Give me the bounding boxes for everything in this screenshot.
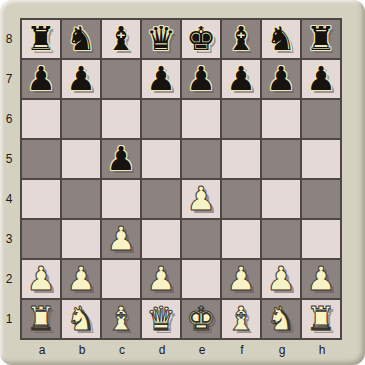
square-c3[interactable]: ♟ xyxy=(102,220,140,258)
rank-label-4: 4 xyxy=(0,180,18,218)
piece-black-pawn: ♟ xyxy=(66,60,96,98)
piece-black-pawn: ♟ xyxy=(226,60,256,98)
piece-black-pawn: ♟ xyxy=(106,140,136,178)
piece-white-rook: ♜ xyxy=(26,300,56,338)
square-d8[interactable]: ♛ xyxy=(142,20,180,58)
piece-black-king: ♚ xyxy=(186,20,216,58)
square-f1[interactable]: ♝ xyxy=(222,300,260,338)
rank-label-2: 2 xyxy=(0,260,18,298)
square-c6[interactable] xyxy=(102,100,140,138)
rank-label-7: 7 xyxy=(0,60,18,98)
piece-white-knight: ♞ xyxy=(266,300,296,338)
square-e2[interactable] xyxy=(182,260,220,298)
piece-white-pawn: ♟ xyxy=(266,260,296,298)
square-a7[interactable]: ♟ xyxy=(22,60,60,98)
piece-white-pawn: ♟ xyxy=(306,260,336,298)
piece-black-bishop: ♝ xyxy=(106,20,136,58)
square-d6[interactable] xyxy=(142,100,180,138)
square-e8[interactable]: ♚ xyxy=(182,20,220,58)
piece-white-pawn: ♟ xyxy=(106,220,136,258)
square-b5[interactable] xyxy=(62,140,100,178)
square-c1[interactable]: ♝ xyxy=(102,300,140,338)
piece-black-pawn: ♟ xyxy=(266,60,296,98)
square-b6[interactable] xyxy=(62,100,100,138)
square-a4[interactable] xyxy=(22,180,60,218)
piece-white-pawn: ♟ xyxy=(186,180,216,218)
rank-label-6: 6 xyxy=(0,100,18,138)
file-label-a: a xyxy=(22,340,62,360)
square-e4[interactable]: ♟ xyxy=(182,180,220,218)
file-label-h: h xyxy=(302,340,342,360)
square-h4[interactable] xyxy=(302,180,340,218)
piece-white-queen: ♛ xyxy=(146,300,176,338)
piece-black-knight: ♞ xyxy=(66,20,96,58)
square-e1[interactable]: ♚ xyxy=(182,300,220,338)
piece-black-rook: ♜ xyxy=(26,20,56,58)
square-d4[interactable] xyxy=(142,180,180,218)
piece-black-queen: ♛ xyxy=(146,20,176,58)
square-c7[interactable] xyxy=(102,60,140,98)
square-b4[interactable] xyxy=(62,180,100,218)
square-c2[interactable] xyxy=(102,260,140,298)
square-h7[interactable]: ♟ xyxy=(302,60,340,98)
square-f7[interactable]: ♟ xyxy=(222,60,260,98)
square-e3[interactable] xyxy=(182,220,220,258)
square-d5[interactable] xyxy=(142,140,180,178)
square-c4[interactable] xyxy=(102,180,140,218)
square-g3[interactable] xyxy=(262,220,300,258)
square-g1[interactable]: ♞ xyxy=(262,300,300,338)
square-a5[interactable] xyxy=(22,140,60,178)
square-h5[interactable] xyxy=(302,140,340,178)
piece-black-bishop: ♝ xyxy=(226,20,256,58)
square-a2[interactable]: ♟ xyxy=(22,260,60,298)
piece-white-pawn: ♟ xyxy=(66,260,96,298)
square-h6[interactable] xyxy=(302,100,340,138)
piece-white-pawn: ♟ xyxy=(26,260,56,298)
file-label-e: e xyxy=(182,340,222,360)
file-label-f: f xyxy=(222,340,262,360)
piece-white-bishop: ♝ xyxy=(226,300,256,338)
piece-white-king: ♚ xyxy=(186,300,216,338)
file-labels: abcdefgh xyxy=(22,340,342,360)
square-f6[interactable] xyxy=(222,100,260,138)
piece-black-pawn: ♟ xyxy=(146,60,176,98)
file-label-b: b xyxy=(62,340,102,360)
square-h2[interactable]: ♟ xyxy=(302,260,340,298)
square-f5[interactable] xyxy=(222,140,260,178)
square-d2[interactable]: ♟ xyxy=(142,260,180,298)
rank-label-3: 3 xyxy=(0,220,18,258)
square-e5[interactable] xyxy=(182,140,220,178)
square-f4[interactable] xyxy=(222,180,260,218)
square-d1[interactable]: ♛ xyxy=(142,300,180,338)
square-b2[interactable]: ♟ xyxy=(62,260,100,298)
square-g6[interactable] xyxy=(262,100,300,138)
square-a8[interactable]: ♜ xyxy=(22,20,60,58)
rank-label-8: 8 xyxy=(0,20,18,58)
square-b1[interactable]: ♞ xyxy=(62,300,100,338)
square-g7[interactable]: ♟ xyxy=(262,60,300,98)
square-d7[interactable]: ♟ xyxy=(142,60,180,98)
square-b3[interactable] xyxy=(62,220,100,258)
square-h8[interactable]: ♜ xyxy=(302,20,340,58)
piece-black-rook: ♜ xyxy=(306,20,336,58)
file-label-d: d xyxy=(142,340,182,360)
piece-black-pawn: ♟ xyxy=(306,60,336,98)
square-c5[interactable]: ♟ xyxy=(102,140,140,178)
square-h3[interactable] xyxy=(302,220,340,258)
file-label-g: g xyxy=(262,340,302,360)
square-f8[interactable]: ♝ xyxy=(222,20,260,58)
square-b7[interactable]: ♟ xyxy=(62,60,100,98)
file-label-c: c xyxy=(102,340,142,360)
square-f2[interactable]: ♟ xyxy=(222,260,260,298)
square-c8[interactable]: ♝ xyxy=(102,20,140,58)
piece-white-knight: ♞ xyxy=(66,300,96,338)
piece-white-pawn: ♟ xyxy=(226,260,256,298)
square-g5[interactable] xyxy=(262,140,300,178)
rank-label-5: 5 xyxy=(0,140,18,178)
square-b8[interactable]: ♞ xyxy=(62,20,100,58)
chess-board: ♜♞♝♛♚♝♞♜♟♟♟♟♟♟♟♟♟♟♟♟♟♟♟♟♜♞♝♛♚♝♞♜ xyxy=(20,18,342,340)
rank-label-1: 1 xyxy=(0,300,18,338)
square-a3[interactable] xyxy=(22,220,60,258)
piece-white-pawn: ♟ xyxy=(146,260,176,298)
square-e6[interactable] xyxy=(182,100,220,138)
square-a1[interactable]: ♜ xyxy=(22,300,60,338)
square-g2[interactable]: ♟ xyxy=(262,260,300,298)
square-g8[interactable]: ♞ xyxy=(262,20,300,58)
piece-black-knight: ♞ xyxy=(266,20,296,58)
square-a6[interactable] xyxy=(22,100,60,138)
chess-board-panel: 87654321 ♜♞♝♛♚♝♞♜♟♟♟♟♟♟♟♟♟♟♟♟♟♟♟♟♜♞♝♛♚♝♞… xyxy=(0,0,365,365)
piece-black-pawn: ♟ xyxy=(26,60,56,98)
square-e7[interactable]: ♟ xyxy=(182,60,220,98)
piece-white-bishop: ♝ xyxy=(106,300,136,338)
piece-black-pawn: ♟ xyxy=(186,60,216,98)
square-f3[interactable] xyxy=(222,220,260,258)
piece-white-rook: ♜ xyxy=(306,300,336,338)
square-h1[interactable]: ♜ xyxy=(302,300,340,338)
square-d3[interactable] xyxy=(142,220,180,258)
square-g4[interactable] xyxy=(262,180,300,218)
